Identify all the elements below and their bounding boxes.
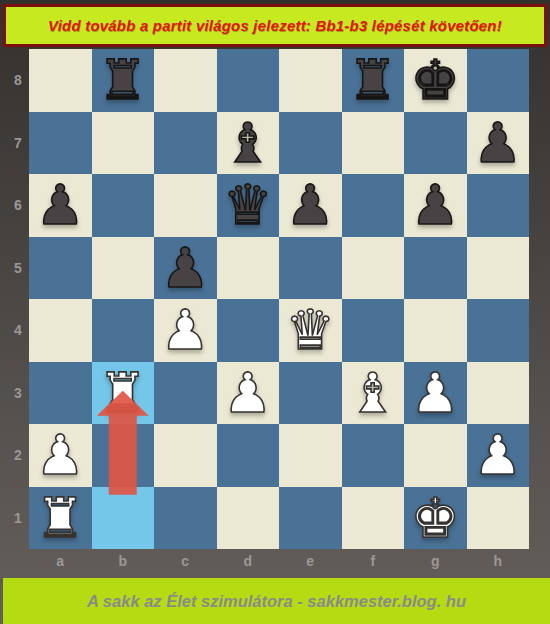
square-c8[interactable] <box>154 49 217 112</box>
piece-black-pawn[interactable]: ♟ <box>411 174 460 237</box>
square-b8[interactable]: ♜ <box>92 49 155 112</box>
square-c7[interactable] <box>154 112 217 175</box>
square-c5[interactable]: ♟ <box>154 237 217 300</box>
square-b7[interactable] <box>92 112 155 175</box>
square-e1[interactable] <box>279 487 342 550</box>
piece-white-pawn[interactable]: ♟ <box>36 424 85 487</box>
file-label-h: h <box>467 548 530 574</box>
square-c6[interactable] <box>154 174 217 237</box>
square-a7[interactable] <box>29 112 92 175</box>
piece-white-pawn[interactable]: ♟ <box>161 299 210 362</box>
square-d5[interactable] <box>217 237 280 300</box>
square-e5[interactable] <box>279 237 342 300</box>
square-h7[interactable]: ♟ <box>467 112 530 175</box>
square-g7[interactable] <box>404 112 467 175</box>
square-g6[interactable]: ♟ <box>404 174 467 237</box>
square-f3[interactable]: ♝ <box>342 362 405 425</box>
piece-black-king[interactable]: ♚ <box>411 49 460 112</box>
piece-white-queen[interactable]: ♛ <box>286 299 335 362</box>
rank-label-6: 6 <box>0 174 29 237</box>
square-b4[interactable] <box>92 299 155 362</box>
file-label-b: b <box>92 548 155 574</box>
file-label-g: g <box>404 548 467 574</box>
file-label-c: c <box>154 548 217 574</box>
square-b1[interactable] <box>92 487 155 550</box>
square-g2[interactable] <box>404 424 467 487</box>
square-g5[interactable] <box>404 237 467 300</box>
square-e3[interactable] <box>279 362 342 425</box>
square-b6[interactable] <box>92 174 155 237</box>
piece-white-pawn[interactable]: ♟ <box>411 362 460 425</box>
square-e8[interactable] <box>279 49 342 112</box>
square-c4[interactable]: ♟ <box>154 299 217 362</box>
square-g8[interactable]: ♚ <box>404 49 467 112</box>
footer-bar: A sakk az Élet szimulátora - sakkmester.… <box>3 578 550 624</box>
square-a2[interactable]: ♟ <box>29 424 92 487</box>
square-a6[interactable]: ♟ <box>29 174 92 237</box>
piece-white-pawn[interactable]: ♟ <box>473 424 522 487</box>
square-f5[interactable] <box>342 237 405 300</box>
piece-white-pawn[interactable]: ♟ <box>223 362 272 425</box>
piece-black-rook[interactable]: ♜ <box>98 49 147 112</box>
rank-label-5: 5 <box>0 237 29 300</box>
square-h3[interactable] <box>467 362 530 425</box>
piece-white-king[interactable]: ♚ <box>411 487 460 550</box>
square-f4[interactable] <box>342 299 405 362</box>
piece-white-rook[interactable]: ♜ <box>98 362 147 425</box>
rank-label-7: 7 <box>0 112 29 175</box>
square-c2[interactable] <box>154 424 217 487</box>
file-label-f: f <box>342 548 405 574</box>
square-f8[interactable]: ♜ <box>342 49 405 112</box>
square-b5[interactable] <box>92 237 155 300</box>
square-e2[interactable] <box>279 424 342 487</box>
square-h4[interactable] <box>467 299 530 362</box>
square-f6[interactable] <box>342 174 405 237</box>
task-banner-text: Vidd tovább a partit világos jelezett: B… <box>48 17 502 34</box>
square-e6[interactable]: ♟ <box>279 174 342 237</box>
square-d7[interactable]: ♝ <box>217 112 280 175</box>
square-d8[interactable] <box>217 49 280 112</box>
rank-labels: 87654321 <box>0 49 29 549</box>
square-d1[interactable] <box>217 487 280 550</box>
rank-label-4: 4 <box>0 299 29 362</box>
piece-black-pawn[interactable]: ♟ <box>161 237 210 300</box>
square-d3[interactable]: ♟ <box>217 362 280 425</box>
file-label-a: a <box>29 548 92 574</box>
piece-black-queen[interactable]: ♛ <box>223 174 272 237</box>
rank-label-8: 8 <box>0 49 29 112</box>
square-c1[interactable] <box>154 487 217 550</box>
square-h2[interactable]: ♟ <box>467 424 530 487</box>
square-b2[interactable] <box>92 424 155 487</box>
file-label-e: e <box>279 548 342 574</box>
piece-black-bishop[interactable]: ♝ <box>223 112 272 175</box>
piece-white-rook[interactable]: ♜ <box>36 487 85 550</box>
rank-label-3: 3 <box>0 362 29 425</box>
piece-white-bishop[interactable]: ♝ <box>348 362 397 425</box>
piece-black-pawn[interactable]: ♟ <box>473 112 522 175</box>
square-h1[interactable] <box>467 487 530 550</box>
rank-label-2: 2 <box>0 424 29 487</box>
file-labels: abcdefgh <box>29 548 529 574</box>
file-label-d: d <box>217 548 280 574</box>
square-d6[interactable]: ♛ <box>217 174 280 237</box>
square-e4[interactable]: ♛ <box>279 299 342 362</box>
square-f1[interactable] <box>342 487 405 550</box>
square-a5[interactable] <box>29 237 92 300</box>
square-a3[interactable] <box>29 362 92 425</box>
square-a4[interactable] <box>29 299 92 362</box>
square-f2[interactable] <box>342 424 405 487</box>
square-g3[interactable]: ♟ <box>404 362 467 425</box>
square-d2[interactable] <box>217 424 280 487</box>
square-h6[interactable] <box>467 174 530 237</box>
square-a8[interactable] <box>29 49 92 112</box>
rank-label-1: 1 <box>0 487 29 550</box>
square-h8[interactable] <box>467 49 530 112</box>
footer-text: A sakk az Élet szimulátora - sakkmester.… <box>87 592 466 611</box>
square-g4[interactable] <box>404 299 467 362</box>
piece-black-pawn[interactable]: ♟ <box>36 174 85 237</box>
square-h5[interactable] <box>467 237 530 300</box>
square-a1[interactable]: ♜ <box>29 487 92 550</box>
square-d4[interactable] <box>217 299 280 362</box>
square-e7[interactable] <box>279 112 342 175</box>
square-g1[interactable]: ♚ <box>404 487 467 550</box>
piece-black-rook[interactable]: ♜ <box>348 49 397 112</box>
square-c3[interactable] <box>154 362 217 425</box>
square-b3[interactable]: ♜ <box>92 362 155 425</box>
task-banner: Vidd tovább a partit világos jelezett: B… <box>3 4 547 47</box>
chess-board[interactable]: ♜♜♚♝♟♟♛♟♟♟♟♛♜♟♝♟♟♟♜♚ <box>29 49 529 549</box>
piece-black-pawn[interactable]: ♟ <box>286 174 335 237</box>
square-f7[interactable] <box>342 112 405 175</box>
